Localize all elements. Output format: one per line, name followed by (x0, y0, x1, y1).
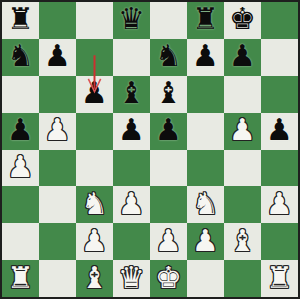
square-g7[interactable]: ♟ (224, 39, 261, 76)
square-a4[interactable]: ♟ (2, 150, 39, 187)
piece-white-queen: ♛ (118, 263, 145, 293)
square-e3[interactable] (150, 186, 187, 223)
square-a2[interactable] (2, 223, 39, 260)
square-a8[interactable]: ♜ (2, 2, 39, 39)
square-g6[interactable] (224, 76, 261, 113)
square-h7[interactable] (261, 39, 298, 76)
square-b8[interactable] (39, 2, 76, 39)
square-c2[interactable]: ♟ (76, 223, 113, 260)
square-h6[interactable] (261, 76, 298, 113)
piece-white-pawn: ♟ (266, 189, 293, 219)
chess-board: ♜♛♜♚♞♟♞♟♟♟♝♝♟♟♟♟♟♟♟♞♟♞♟♟♟♟♝♜♝♛♚♜ (0, 0, 300, 299)
square-g8[interactable]: ♚ (224, 2, 261, 39)
piece-white-pawn: ♟ (81, 226, 108, 256)
square-b4[interactable] (39, 150, 76, 187)
piece-black-rook: ♜ (7, 4, 34, 34)
piece-white-knight: ♞ (81, 189, 108, 219)
square-f2[interactable]: ♟ (187, 223, 224, 260)
piece-white-bishop: ♝ (229, 226, 256, 256)
square-f1[interactable] (187, 260, 224, 297)
piece-white-king: ♚ (155, 263, 182, 293)
square-d4[interactable] (113, 150, 150, 187)
square-f4[interactable] (187, 150, 224, 187)
square-g2[interactable]: ♝ (224, 223, 261, 260)
square-g3[interactable] (224, 186, 261, 223)
piece-white-pawn: ♟ (44, 115, 71, 145)
square-e1[interactable]: ♚ (150, 260, 187, 297)
square-d2[interactable] (113, 223, 150, 260)
board-grid: ♜♛♜♚♞♟♞♟♟♟♝♝♟♟♟♟♟♟♟♞♟♞♟♟♟♟♝♜♝♛♚♜ (2, 2, 298, 297)
square-h4[interactable] (261, 150, 298, 187)
piece-black-knight: ♞ (155, 41, 182, 71)
square-b2[interactable] (39, 223, 76, 260)
piece-black-pawn: ♟ (192, 41, 219, 71)
square-b1[interactable] (39, 260, 76, 297)
square-e5[interactable]: ♟ (150, 113, 187, 150)
square-b7[interactable]: ♟ (39, 39, 76, 76)
piece-white-pawn: ♟ (192, 226, 219, 256)
square-e7[interactable]: ♞ (150, 39, 187, 76)
square-e2[interactable]: ♟ (150, 223, 187, 260)
piece-black-pawn: ♟ (155, 115, 182, 145)
square-d8[interactable]: ♛ (113, 2, 150, 39)
square-h3[interactable]: ♟ (261, 186, 298, 223)
square-h2[interactable] (261, 223, 298, 260)
square-h5[interactable]: ♟ (261, 113, 298, 150)
square-c5[interactable] (76, 113, 113, 150)
square-f8[interactable]: ♜ (187, 2, 224, 39)
square-f7[interactable]: ♟ (187, 39, 224, 76)
piece-white-pawn: ♟ (155, 226, 182, 256)
piece-black-knight: ♞ (7, 41, 34, 71)
square-e4[interactable] (150, 150, 187, 187)
piece-black-queen: ♛ (118, 4, 145, 34)
piece-black-pawn: ♟ (266, 115, 293, 145)
piece-white-pawn: ♟ (229, 115, 256, 145)
square-d3[interactable]: ♟ (113, 186, 150, 223)
square-a5[interactable]: ♟ (2, 113, 39, 150)
square-d1[interactable]: ♛ (113, 260, 150, 297)
square-d7[interactable] (113, 39, 150, 76)
square-f6[interactable] (187, 76, 224, 113)
square-a1[interactable]: ♜ (2, 260, 39, 297)
piece-black-bishop: ♝ (118, 78, 145, 108)
piece-white-knight: ♞ (192, 189, 219, 219)
piece-white-pawn: ♟ (7, 152, 34, 182)
piece-black-king: ♚ (229, 4, 256, 34)
square-b3[interactable] (39, 186, 76, 223)
square-a3[interactable] (2, 186, 39, 223)
square-g1[interactable] (224, 260, 261, 297)
square-f3[interactable]: ♞ (187, 186, 224, 223)
piece-white-rook: ♜ (266, 263, 293, 293)
piece-black-pawn: ♟ (229, 41, 256, 71)
square-e6[interactable]: ♝ (150, 76, 187, 113)
square-c6[interactable]: ♟ (76, 76, 113, 113)
square-c1[interactable]: ♝ (76, 260, 113, 297)
square-g4[interactable] (224, 150, 261, 187)
square-c3[interactable]: ♞ (76, 186, 113, 223)
piece-white-pawn: ♟ (118, 189, 145, 219)
piece-black-pawn: ♟ (7, 115, 34, 145)
square-g5[interactable]: ♟ (224, 113, 261, 150)
square-d5[interactable]: ♟ (113, 113, 150, 150)
piece-black-pawn: ♟ (118, 115, 145, 145)
square-b5[interactable]: ♟ (39, 113, 76, 150)
square-c4[interactable] (76, 150, 113, 187)
square-c7[interactable] (76, 39, 113, 76)
piece-white-rook: ♜ (7, 263, 34, 293)
square-h1[interactable]: ♜ (261, 260, 298, 297)
square-f5[interactable] (187, 113, 224, 150)
square-c8[interactable] (76, 2, 113, 39)
piece-white-bishop: ♝ (81, 263, 108, 293)
square-h8[interactable] (261, 2, 298, 39)
piece-black-pawn: ♟ (44, 41, 71, 71)
square-d6[interactable]: ♝ (113, 76, 150, 113)
square-a6[interactable] (2, 76, 39, 113)
square-b6[interactable] (39, 76, 76, 113)
square-a7[interactable]: ♞ (2, 39, 39, 76)
piece-black-pawn: ♟ (81, 78, 108, 108)
square-e8[interactable] (150, 2, 187, 39)
piece-black-rook: ♜ (192, 4, 219, 34)
piece-black-bishop: ♝ (155, 78, 182, 108)
